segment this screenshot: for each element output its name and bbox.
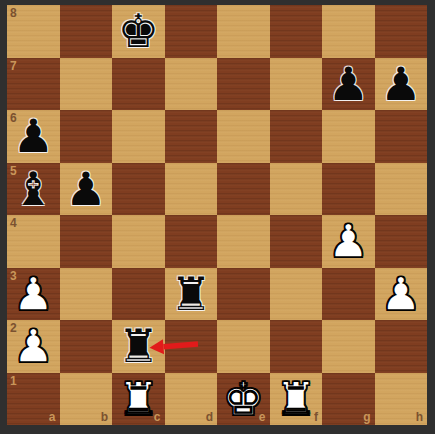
square-d8[interactable] bbox=[165, 5, 218, 58]
square-h2[interactable] bbox=[375, 320, 428, 373]
square-e4[interactable] bbox=[217, 215, 270, 268]
square-e6[interactable] bbox=[217, 110, 270, 163]
square-e5[interactable] bbox=[217, 163, 270, 216]
file-label-d: d bbox=[206, 411, 213, 423]
square-c1[interactable]: c♜ bbox=[112, 373, 165, 426]
square-f7[interactable] bbox=[270, 58, 323, 111]
square-b8[interactable] bbox=[60, 5, 113, 58]
square-c4[interactable] bbox=[112, 215, 165, 268]
piece-white-pawn[interactable]: ♟ bbox=[7, 268, 60, 321]
piece-white-king[interactable]: ♚ bbox=[217, 373, 270, 426]
square-c6[interactable] bbox=[112, 110, 165, 163]
chess-board-area: 8♚7♟♟6♟5♝♟4♟3♟♜♟2♟♜1abc♜de♚f♜gh bbox=[7, 5, 427, 425]
square-e8[interactable] bbox=[217, 5, 270, 58]
piece-black-bishop[interactable]: ♝ bbox=[7, 163, 60, 216]
square-f1[interactable]: f♜ bbox=[270, 373, 323, 426]
square-b3[interactable] bbox=[60, 268, 113, 321]
square-d4[interactable] bbox=[165, 215, 218, 268]
file-label-a: a bbox=[49, 411, 56, 423]
square-a6[interactable]: 6♟ bbox=[7, 110, 60, 163]
square-f6[interactable] bbox=[270, 110, 323, 163]
square-a2[interactable]: 2♟ bbox=[7, 320, 60, 373]
piece-black-pawn[interactable]: ♟ bbox=[60, 163, 113, 216]
square-g1[interactable]: g bbox=[322, 373, 375, 426]
square-a1[interactable]: 1a bbox=[7, 373, 60, 426]
square-d7[interactable] bbox=[165, 58, 218, 111]
square-c5[interactable] bbox=[112, 163, 165, 216]
piece-white-pawn[interactable]: ♟ bbox=[375, 268, 428, 321]
square-a4[interactable]: 4 bbox=[7, 215, 60, 268]
square-g6[interactable] bbox=[322, 110, 375, 163]
square-e1[interactable]: e♚ bbox=[217, 373, 270, 426]
square-h4[interactable] bbox=[375, 215, 428, 268]
square-b6[interactable] bbox=[60, 110, 113, 163]
rank-label-8: 8 bbox=[10, 7, 17, 19]
square-f2[interactable] bbox=[270, 320, 323, 373]
square-b1[interactable]: b bbox=[60, 373, 113, 426]
square-f3[interactable] bbox=[270, 268, 323, 321]
piece-black-rook[interactable]: ♜ bbox=[165, 268, 218, 321]
square-d2[interactable] bbox=[165, 320, 218, 373]
square-d3[interactable]: ♜ bbox=[165, 268, 218, 321]
square-b4[interactable] bbox=[60, 215, 113, 268]
square-h6[interactable] bbox=[375, 110, 428, 163]
rank-label-4: 4 bbox=[10, 217, 17, 229]
chess-board: 8♚7♟♟6♟5♝♟4♟3♟♜♟2♟♜1abc♜de♚f♜gh bbox=[7, 5, 427, 425]
square-d1[interactable]: d bbox=[165, 373, 218, 426]
piece-black-pawn[interactable]: ♟ bbox=[375, 58, 428, 111]
square-a3[interactable]: 3♟ bbox=[7, 268, 60, 321]
square-a7[interactable]: 7 bbox=[7, 58, 60, 111]
square-g2[interactable] bbox=[322, 320, 375, 373]
square-b5[interactable]: ♟ bbox=[60, 163, 113, 216]
square-a8[interactable]: 8 bbox=[7, 5, 60, 58]
piece-black-king[interactable]: ♚ bbox=[112, 5, 165, 58]
square-h8[interactable] bbox=[375, 5, 428, 58]
rank-label-1: 1 bbox=[10, 375, 17, 387]
square-c3[interactable] bbox=[112, 268, 165, 321]
square-e3[interactable] bbox=[217, 268, 270, 321]
square-b7[interactable] bbox=[60, 58, 113, 111]
piece-black-pawn[interactable]: ♟ bbox=[322, 58, 375, 111]
square-c2[interactable]: ♜ bbox=[112, 320, 165, 373]
file-label-h: h bbox=[416, 411, 423, 423]
square-e2[interactable] bbox=[217, 320, 270, 373]
square-a5[interactable]: 5♝ bbox=[7, 163, 60, 216]
square-c8[interactable]: ♚ bbox=[112, 5, 165, 58]
square-g7[interactable]: ♟ bbox=[322, 58, 375, 111]
square-h1[interactable]: h bbox=[375, 373, 428, 426]
square-g5[interactable] bbox=[322, 163, 375, 216]
square-b2[interactable] bbox=[60, 320, 113, 373]
square-h5[interactable] bbox=[375, 163, 428, 216]
square-e7[interactable] bbox=[217, 58, 270, 111]
file-label-g: g bbox=[363, 411, 370, 423]
square-h3[interactable]: ♟ bbox=[375, 268, 428, 321]
square-h7[interactable]: ♟ bbox=[375, 58, 428, 111]
square-c7[interactable] bbox=[112, 58, 165, 111]
piece-black-pawn[interactable]: ♟ bbox=[7, 110, 60, 163]
square-g8[interactable] bbox=[322, 5, 375, 58]
square-g4[interactable]: ♟ bbox=[322, 215, 375, 268]
piece-white-pawn[interactable]: ♟ bbox=[322, 215, 375, 268]
square-d6[interactable] bbox=[165, 110, 218, 163]
square-f4[interactable] bbox=[270, 215, 323, 268]
piece-black-rook[interactable]: ♜ bbox=[112, 320, 165, 373]
piece-white-rook[interactable]: ♜ bbox=[112, 373, 165, 426]
rank-label-7: 7 bbox=[10, 60, 17, 72]
piece-white-pawn[interactable]: ♟ bbox=[7, 320, 60, 373]
square-f8[interactable] bbox=[270, 5, 323, 58]
square-d5[interactable] bbox=[165, 163, 218, 216]
square-g3[interactable] bbox=[322, 268, 375, 321]
file-label-b: b bbox=[101, 411, 108, 423]
square-f5[interactable] bbox=[270, 163, 323, 216]
piece-white-rook[interactable]: ♜ bbox=[270, 373, 323, 426]
